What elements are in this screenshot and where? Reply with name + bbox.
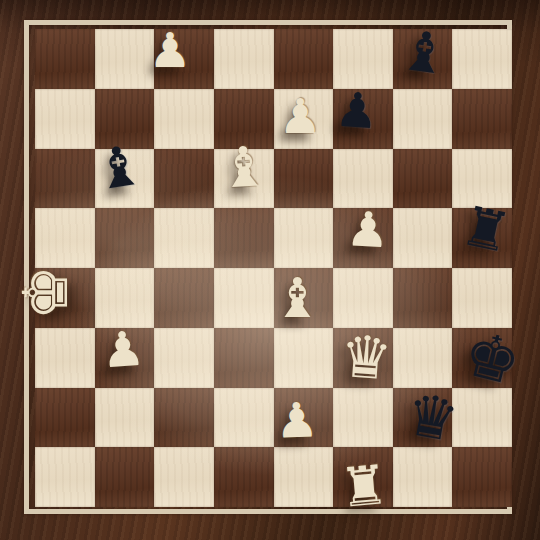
square-a8[interactable]	[35, 29, 95, 89]
square-a1[interactable]	[35, 447, 95, 507]
black-bishop-b6[interactable]: ♝	[91, 137, 148, 199]
square-d1[interactable]	[214, 447, 274, 507]
square-e5[interactable]	[274, 208, 334, 268]
square-a2[interactable]	[35, 388, 95, 448]
square-e3[interactable]	[274, 328, 334, 388]
square-h8[interactable]	[452, 29, 512, 89]
square-a3[interactable]	[35, 328, 95, 388]
square-g3[interactable]	[393, 328, 453, 388]
square-f4[interactable]	[333, 268, 393, 328]
square-g5[interactable]	[393, 208, 453, 268]
white-rook-f1[interactable]: ♜	[337, 458, 390, 516]
square-b4[interactable]	[95, 268, 155, 328]
square-c4[interactable]	[154, 268, 214, 328]
square-d5[interactable]	[214, 208, 274, 268]
square-d8[interactable]	[214, 29, 274, 89]
square-e1[interactable]	[274, 447, 334, 507]
square-e6[interactable]	[274, 149, 334, 209]
white-pawn-f5[interactable]: ♟	[345, 204, 390, 254]
square-g4[interactable]	[393, 268, 453, 328]
square-b8[interactable]	[95, 29, 155, 89]
square-c6[interactable]	[154, 149, 214, 209]
white-pawn-e2[interactable]: ♟	[275, 396, 320, 445]
white-queen-f3[interactable]: ♛	[338, 327, 394, 388]
square-c3[interactable]	[154, 328, 214, 388]
square-b5[interactable]	[95, 208, 155, 268]
white-pawn-e7[interactable]: ♟	[279, 92, 322, 140]
white-pawn-b3[interactable]: ♟	[100, 323, 146, 374]
chess-board-photo: ♟♝♟♟♝♝♟♜♚♝♟♛♚♟♛♜	[0, 0, 540, 540]
white-king-a4-fallen[interactable]: ♚	[15, 265, 77, 321]
black-queen-g2[interactable]: ♛	[401, 385, 462, 451]
white-pawn-c8[interactable]: ♟	[149, 26, 192, 74]
square-c2[interactable]	[154, 388, 214, 448]
square-a6[interactable]	[35, 149, 95, 209]
square-d4[interactable]	[214, 268, 274, 328]
white-bishop-d6[interactable]: ♝	[218, 139, 270, 197]
square-c7[interactable]	[154, 89, 214, 149]
square-h7[interactable]	[452, 89, 512, 149]
square-a7[interactable]	[35, 89, 95, 149]
square-g6[interactable]	[393, 149, 453, 209]
square-a5[interactable]	[35, 208, 95, 268]
square-g7[interactable]	[393, 89, 453, 149]
white-bishop-e4[interactable]: ♝	[273, 271, 322, 326]
black-pawn-f7[interactable]: ♟	[334, 84, 380, 135]
square-d3[interactable]	[214, 328, 274, 388]
square-f6[interactable]	[333, 149, 393, 209]
square-f2[interactable]	[333, 388, 393, 448]
square-c1[interactable]	[154, 447, 214, 507]
black-bishop-g8[interactable]: ♝	[395, 22, 451, 83]
square-d2[interactable]	[214, 388, 274, 448]
square-b2[interactable]	[95, 388, 155, 448]
square-h1[interactable]	[452, 447, 512, 507]
square-g1[interactable]	[393, 447, 453, 507]
square-e8[interactable]	[274, 29, 334, 89]
square-f8[interactable]	[333, 29, 393, 89]
square-c5[interactable]	[154, 208, 214, 268]
square-b1[interactable]	[95, 447, 155, 507]
